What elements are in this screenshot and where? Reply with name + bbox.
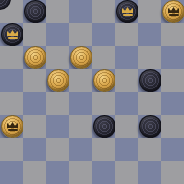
square-r7c4[interactable] — [92, 161, 115, 184]
square-r1c1[interactable] — [23, 23, 46, 46]
square-r4c0[interactable] — [0, 92, 23, 115]
gold-man-piece[interactable] — [24, 46, 47, 69]
gold-man-piece[interactable] — [47, 69, 70, 92]
square-r1c3[interactable] — [69, 23, 92, 46]
square-r6c1[interactable] — [23, 138, 46, 161]
black-king-piece[interactable] — [116, 0, 139, 23]
square-r6c7[interactable] — [161, 138, 184, 161]
checkers-board — [0, 0, 184, 184]
square-r0c6[interactable] — [138, 0, 161, 23]
square-r2c2[interactable] — [46, 46, 69, 69]
square-r6c3[interactable] — [69, 138, 92, 161]
square-r2c0[interactable] — [0, 46, 23, 69]
square-r7c7[interactable] — [161, 161, 184, 184]
square-r0c2[interactable] — [46, 0, 69, 23]
square-r2c7[interactable] — [161, 46, 184, 69]
square-r7c5[interactable] — [115, 161, 138, 184]
black-man-piece[interactable] — [24, 0, 47, 23]
square-r5c2[interactable] — [46, 115, 69, 138]
square-r3c5[interactable] — [115, 69, 138, 92]
crown-icon — [168, 7, 179, 16]
square-r5c4[interactable] — [92, 115, 115, 138]
black-man-piece[interactable] — [139, 115, 162, 138]
square-r4c1[interactable] — [23, 92, 46, 115]
square-r5c7[interactable] — [161, 115, 184, 138]
crown-icon — [7, 30, 18, 39]
gold-man-piece[interactable] — [70, 46, 93, 69]
square-r1c0[interactable] — [0, 23, 23, 46]
square-r3c0[interactable] — [0, 69, 23, 92]
square-r1c2[interactable] — [46, 23, 69, 46]
square-r0c5[interactable] — [115, 0, 138, 23]
square-r3c2[interactable] — [46, 69, 69, 92]
square-r4c4[interactable] — [92, 92, 115, 115]
square-r2c3[interactable] — [69, 46, 92, 69]
square-r5c5[interactable] — [115, 115, 138, 138]
square-r3c4[interactable] — [92, 69, 115, 92]
square-r5c1[interactable] — [23, 115, 46, 138]
square-r1c6[interactable] — [138, 23, 161, 46]
square-r6c4[interactable] — [92, 138, 115, 161]
square-r6c5[interactable] — [115, 138, 138, 161]
square-r4c7[interactable] — [161, 92, 184, 115]
square-r3c1[interactable] — [23, 69, 46, 92]
gold-king-piece[interactable] — [1, 115, 24, 138]
square-r1c5[interactable] — [115, 23, 138, 46]
square-r0c3[interactable] — [69, 0, 92, 23]
black-king-piece[interactable] — [1, 23, 24, 46]
crown-icon — [7, 122, 18, 131]
square-r4c2[interactable] — [46, 92, 69, 115]
square-r7c2[interactable] — [46, 161, 69, 184]
square-r3c6[interactable] — [138, 69, 161, 92]
square-r4c5[interactable] — [115, 92, 138, 115]
square-r2c6[interactable] — [138, 46, 161, 69]
black-man-piece[interactable] — [139, 69, 162, 92]
square-r7c6[interactable] — [138, 161, 161, 184]
square-r2c4[interactable] — [92, 46, 115, 69]
square-r2c5[interactable] — [115, 46, 138, 69]
square-r4c3[interactable] — [69, 92, 92, 115]
square-r6c2[interactable] — [46, 138, 69, 161]
square-r7c3[interactable] — [69, 161, 92, 184]
square-r0c7[interactable] — [161, 0, 184, 23]
square-r3c3[interactable] — [69, 69, 92, 92]
crown-icon — [122, 7, 133, 16]
square-r0c4[interactable] — [92, 0, 115, 23]
square-r0c1[interactable] — [23, 0, 46, 23]
gold-king-piece[interactable] — [162, 0, 184, 23]
square-r1c7[interactable] — [161, 23, 184, 46]
square-r1c4[interactable] — [92, 23, 115, 46]
square-r3c7[interactable] — [161, 69, 184, 92]
gold-man-piece[interactable] — [93, 69, 116, 92]
square-r4c6[interactable] — [138, 92, 161, 115]
square-r5c3[interactable] — [69, 115, 92, 138]
square-r6c0[interactable] — [0, 138, 23, 161]
square-r6c6[interactable] — [138, 138, 161, 161]
square-r5c0[interactable] — [0, 115, 23, 138]
square-r5c6[interactable] — [138, 115, 161, 138]
square-r7c1[interactable] — [23, 161, 46, 184]
black-man-piece[interactable] — [93, 115, 116, 138]
square-r7c0[interactable] — [0, 161, 23, 184]
square-r2c1[interactable] — [23, 46, 46, 69]
